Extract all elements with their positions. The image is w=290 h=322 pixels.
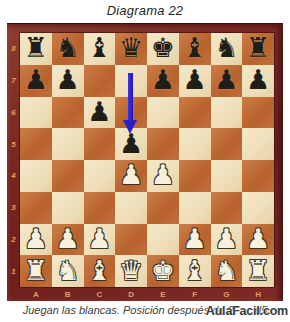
black-pawn-g7[interactable]: ♟ — [214, 66, 238, 93]
square-a4[interactable] — [20, 160, 52, 192]
square-b6[interactable] — [52, 97, 84, 129]
file-label-c: C — [84, 287, 116, 302]
white-pawn-e4[interactable]: ♟ — [151, 161, 175, 188]
black-pawn-d5[interactable]: ♟ — [119, 130, 143, 157]
square-g5[interactable] — [211, 128, 243, 160]
square-h7[interactable]: ♟ — [242, 65, 274, 97]
square-h2[interactable]: ♟ — [242, 224, 274, 256]
black-pawn-a7[interactable]: ♟ — [24, 66, 48, 93]
square-f5[interactable] — [179, 128, 211, 160]
white-pawn-g2[interactable]: ♟ — [214, 225, 238, 252]
square-e7[interactable]: ♟ — [147, 65, 179, 97]
square-e3[interactable] — [147, 192, 179, 224]
white-queen-d1[interactable]: ♛ — [119, 257, 143, 284]
rank-label-4: 4 — [7, 160, 20, 192]
square-f8[interactable]: ♝ — [179, 33, 211, 65]
file-label-h: H — [242, 287, 274, 302]
chess-diagram: Diagrama 22 87654321 ♜♞♝♛♚♝♞♜♟♟♟♟♟♟♟♟♟♟♟… — [0, 0, 290, 322]
square-h5[interactable] — [242, 128, 274, 160]
rank-label-3: 3 — [7, 192, 20, 224]
square-d6[interactable] — [115, 97, 147, 129]
white-knight-g1[interactable]: ♞ — [214, 257, 238, 284]
black-knight-g8[interactable]: ♞ — [214, 34, 238, 61]
black-king-e8[interactable]: ♚ — [151, 34, 175, 61]
square-h8[interactable]: ♜ — [242, 33, 274, 65]
file-label-a: A — [20, 287, 52, 302]
file-label-b: B — [52, 287, 84, 302]
square-f1[interactable]: ♝ — [179, 255, 211, 287]
file-label-e: E — [147, 287, 179, 302]
black-pawn-b7[interactable]: ♟ — [56, 66, 80, 93]
square-a7[interactable]: ♟ — [20, 65, 52, 97]
square-d8[interactable]: ♛ — [115, 33, 147, 65]
square-b5[interactable] — [52, 128, 84, 160]
square-g3[interactable] — [211, 192, 243, 224]
white-pawn-d4[interactable]: ♟ — [119, 161, 143, 188]
square-b7[interactable]: ♟ — [52, 65, 84, 97]
square-c8[interactable]: ♝ — [84, 33, 116, 65]
square-h4[interactable] — [242, 160, 274, 192]
square-b2[interactable]: ♟ — [52, 224, 84, 256]
black-rook-h8[interactable]: ♜ — [246, 34, 270, 61]
rank-label-7: 7 — [7, 65, 20, 97]
chess-board[interactable]: ♜♞♝♛♚♝♞♜♟♟♟♟♟♟♟♟♟♟♟♟♟♟♟♟♜♞♝♛♚♝♞♜ — [20, 33, 274, 287]
square-b3[interactable] — [52, 192, 84, 224]
square-d5[interactable]: ♟ — [115, 128, 147, 160]
rank-labels: 87654321 — [7, 33, 20, 287]
square-f7[interactable]: ♟ — [179, 65, 211, 97]
square-g4[interactable] — [211, 160, 243, 192]
board-frame: 87654321 ♜♞♝♛♚♝♞♜♟♟♟♟♟♟♟♟♟♟♟♟♟♟♟♟♜♞♝♛♚♝♞… — [7, 23, 283, 301]
square-h1[interactable]: ♜ — [242, 255, 274, 287]
rank-label-6: 6 — [7, 97, 20, 129]
rank-label-2: 2 — [7, 224, 20, 256]
square-a1[interactable]: ♜ — [20, 255, 52, 287]
white-pawn-a2[interactable]: ♟ — [24, 225, 48, 252]
square-d3[interactable] — [115, 192, 147, 224]
white-rook-a1[interactable]: ♜ — [24, 257, 48, 284]
black-bishop-f8[interactable]: ♝ — [183, 34, 207, 61]
square-f3[interactable] — [179, 192, 211, 224]
square-f4[interactable] — [179, 160, 211, 192]
square-b1[interactable]: ♞ — [52, 255, 84, 287]
square-h3[interactable] — [242, 192, 274, 224]
white-bishop-f1[interactable]: ♝ — [183, 257, 207, 284]
square-d1[interactable]: ♛ — [115, 255, 147, 287]
square-e6[interactable] — [147, 97, 179, 129]
square-f6[interactable] — [179, 97, 211, 129]
square-c7[interactable] — [84, 65, 116, 97]
black-pawn-c6[interactable]: ♟ — [87, 98, 111, 125]
square-a2[interactable]: ♟ — [20, 224, 52, 256]
square-b4[interactable] — [52, 160, 84, 192]
square-c2[interactable]: ♟ — [84, 224, 116, 256]
square-a6[interactable] — [20, 97, 52, 129]
square-c5[interactable] — [84, 128, 116, 160]
square-g1[interactable]: ♞ — [211, 255, 243, 287]
file-label-f: F — [179, 287, 211, 302]
black-pawn-f7[interactable]: ♟ — [183, 66, 207, 93]
white-pawn-b2[interactable]: ♟ — [56, 225, 80, 252]
white-bishop-c1[interactable]: ♝ — [87, 257, 111, 284]
square-c4[interactable] — [84, 160, 116, 192]
black-queen-d8[interactable]: ♛ — [119, 34, 143, 61]
file-labels: ABCDEFGH — [20, 287, 274, 302]
square-g8[interactable]: ♞ — [211, 33, 243, 65]
square-b8[interactable]: ♞ — [52, 33, 84, 65]
square-a8[interactable]: ♜ — [20, 33, 52, 65]
square-g2[interactable]: ♟ — [211, 224, 243, 256]
square-c1[interactable]: ♝ — [84, 255, 116, 287]
file-label-g: G — [211, 287, 243, 302]
black-pawn-h7[interactable]: ♟ — [246, 66, 270, 93]
square-a3[interactable] — [20, 192, 52, 224]
square-e8[interactable]: ♚ — [147, 33, 179, 65]
file-label-d: D — [115, 287, 147, 302]
square-e5[interactable] — [147, 128, 179, 160]
square-a5[interactable] — [20, 128, 52, 160]
watermark: AulaFacil.com — [206, 304, 288, 318]
square-g7[interactable]: ♟ — [211, 65, 243, 97]
white-rook-h1[interactable]: ♜ — [246, 257, 270, 284]
black-knight-b8[interactable]: ♞ — [56, 34, 80, 61]
black-bishop-c8[interactable]: ♝ — [87, 34, 111, 61]
black-rook-a8[interactable]: ♜ — [24, 34, 48, 61]
square-d4[interactable]: ♟ — [115, 160, 147, 192]
square-f2[interactable]: ♟ — [179, 224, 211, 256]
square-d2[interactable] — [115, 224, 147, 256]
white-pawn-h2[interactable]: ♟ — [246, 225, 270, 252]
square-e2[interactable] — [147, 224, 179, 256]
black-pawn-e7[interactable]: ♟ — [151, 66, 175, 93]
diagram-title: Diagrama 22 — [0, 3, 290, 18]
square-d7[interactable] — [115, 65, 147, 97]
square-e1[interactable]: ♚ — [147, 255, 179, 287]
square-c6[interactable]: ♟ — [84, 97, 116, 129]
square-g6[interactable] — [211, 97, 243, 129]
rank-label-5: 5 — [7, 128, 20, 160]
square-e4[interactable]: ♟ — [147, 160, 179, 192]
white-king-e1[interactable]: ♚ — [151, 257, 175, 284]
white-knight-b1[interactable]: ♞ — [56, 257, 80, 284]
square-h6[interactable] — [242, 97, 274, 129]
white-pawn-f2[interactable]: ♟ — [183, 225, 207, 252]
white-pawn-c2[interactable]: ♟ — [87, 225, 111, 252]
rank-label-1: 1 — [7, 255, 20, 287]
square-c3[interactable] — [84, 192, 116, 224]
rank-label-8: 8 — [7, 33, 20, 65]
